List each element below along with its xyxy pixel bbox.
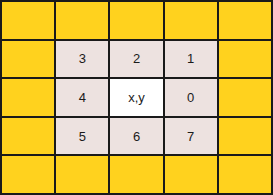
outer-cell-r1c4 <box>219 41 271 78</box>
neighborhood-grid: 3 2 1 4 x,y 0 5 6 7 <box>0 0 273 195</box>
outer-cell-r2c4 <box>219 79 271 116</box>
outer-cell-r2c0 <box>2 79 54 116</box>
outer-cell-r0c0 <box>2 2 54 39</box>
outer-cell-r3c4 <box>219 118 271 155</box>
outer-cell-r0c4 <box>219 2 271 39</box>
outer-cell-r4c2 <box>110 156 162 193</box>
outer-cell-r1c0 <box>2 41 54 78</box>
outer-cell-r4c3 <box>165 156 217 193</box>
neighbor-cell-0: 0 <box>165 79 217 116</box>
outer-cell-r4c0 <box>2 156 54 193</box>
neighbor-cell-2: 2 <box>110 41 162 78</box>
outer-cell-r0c1 <box>56 2 108 39</box>
outer-cell-r0c2 <box>110 2 162 39</box>
outer-cell-r0c3 <box>165 2 217 39</box>
outer-cell-r4c1 <box>56 156 108 193</box>
neighbor-cell-7: 7 <box>165 118 217 155</box>
outer-cell-r4c4 <box>219 156 271 193</box>
center-cell-xy: x,y <box>110 79 162 116</box>
neighbor-cell-6: 6 <box>110 118 162 155</box>
neighbor-cell-5: 5 <box>56 118 108 155</box>
neighbor-cell-3: 3 <box>56 41 108 78</box>
outer-cell-r3c0 <box>2 118 54 155</box>
neighbor-cell-4: 4 <box>56 79 108 116</box>
neighbor-cell-1: 1 <box>165 41 217 78</box>
